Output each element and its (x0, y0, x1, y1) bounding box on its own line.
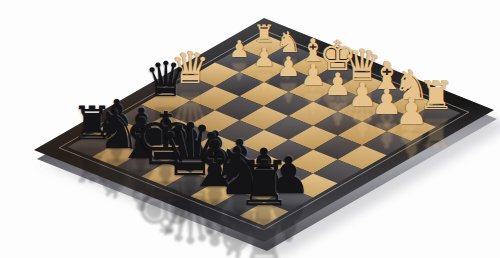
piece-reflection: ♞ (93, 153, 141, 204)
piece-reflection: ♜ (71, 143, 113, 187)
white-queen-glyph: ♛ (171, 47, 211, 89)
black-king-glyph: ♚ (133, 105, 198, 174)
white-knight-glyph: ♞ (393, 66, 430, 105)
piece-reflection: ♝ (369, 94, 404, 131)
white-queen: ♛♛ (171, 47, 211, 89)
pieces-layer: ♜♜♞♞♝♝♛♛♚♚♝♝♞♞♜♜♟♟♟♟♟♟♟♟♟♟♟♟♟♟♟♟♛♛♛♛♟♟♟♟… (0, 0, 500, 258)
black-pawn: ♟♟ (195, 127, 235, 170)
black-pawn: ♟♟ (124, 103, 159, 140)
white-king: ♚♚ (319, 36, 357, 76)
white-rook-glyph: ♜ (253, 24, 274, 47)
piece-reflection: ♟ (266, 198, 312, 246)
white-pawn-glyph: ♟ (300, 62, 326, 90)
black-pawn: ♟♟ (218, 135, 260, 180)
piece-reflection: ♟ (324, 98, 352, 128)
white-pawn: ♟♟ (324, 70, 352, 100)
piece-reflection: ♚ (319, 74, 357, 114)
white-pawn: ♟♟ (229, 38, 250, 60)
piece-reflection: ♛ (158, 181, 223, 250)
white-rook: ♜♜ (418, 78, 453, 116)
black-king: ♚♚ (133, 105, 198, 174)
black-queen: ♛♛ (144, 57, 187, 103)
white-knight: ♞♞ (276, 29, 302, 56)
black-rook: ♜♜ (71, 101, 113, 145)
white-rook-glyph: ♜ (418, 78, 453, 116)
white-bishop: ♝♝ (369, 59, 404, 96)
white-king-glyph: ♚ (319, 36, 357, 76)
piece-reflection: ♝ (116, 162, 166, 215)
black-knight: ♞♞ (210, 141, 269, 204)
white-pawn: ♟♟ (371, 86, 402, 119)
black-pawn-glyph: ♟ (218, 135, 260, 180)
black-knight-glyph: ♞ (93, 104, 141, 155)
black-pawn-glyph: ♟ (242, 143, 286, 189)
piece-reflection: ♟ (195, 168, 235, 211)
white-pawn-glyph: ♟ (276, 54, 300, 80)
piece-reflection: ♞ (393, 104, 430, 143)
piece-reflection: ♟ (124, 139, 159, 176)
piece-reflection: ♛ (144, 101, 187, 147)
black-pawn: ♟♟ (242, 143, 286, 189)
piece-reflection: ♚ (133, 172, 198, 241)
black-rook: ♜♜ (236, 155, 292, 214)
piece-reflection: ♛ (171, 87, 211, 129)
black-pawn-glyph: ♟ (147, 111, 184, 150)
black-rook-glyph: ♜ (236, 155, 292, 214)
piece-reflection: ♝ (299, 65, 327, 95)
white-pawn-glyph: ♟ (229, 38, 250, 60)
white-pawn-glyph: ♟ (371, 86, 402, 119)
white-knight: ♞♞ (393, 66, 430, 105)
white-bishop-glyph: ♝ (299, 36, 327, 66)
piece-reflection: ♜ (418, 114, 453, 152)
black-bishop-glyph: ♝ (186, 134, 243, 194)
black-pawn: ♟♟ (100, 95, 133, 130)
white-pawn: ♟♟ (276, 54, 300, 80)
piece-reflection: ♟ (253, 69, 276, 93)
piece-reflection: ♟ (371, 118, 402, 151)
piece-reflection: ♛ (343, 84, 382, 125)
black-pawn-glyph: ♟ (266, 151, 312, 199)
black-pawn-glyph: ♟ (124, 103, 159, 140)
white-pawn-glyph: ♟ (324, 70, 352, 100)
piece-reflection: ♟ (276, 79, 300, 105)
black-queen-glyph: ♛ (144, 57, 187, 103)
piece-reflection: ♜ (253, 45, 274, 68)
white-pawn: ♟♟ (395, 94, 428, 129)
piece-reflection: ♟ (347, 108, 377, 139)
piece-reflection: ♜ (236, 211, 292, 258)
white-pawn-glyph: ♟ (347, 78, 377, 109)
piece-reflection: ♟ (395, 128, 428, 163)
black-bishop: ♝♝ (186, 134, 243, 194)
piece-reflection: ♟ (242, 188, 286, 234)
black-knight-glyph: ♞ (210, 141, 269, 204)
white-bishop: ♝♝ (299, 36, 327, 66)
black-pawn: ♟♟ (266, 151, 312, 199)
piece-reflection: ♟ (100, 129, 133, 164)
black-bishop: ♝♝ (116, 111, 166, 164)
white-knight-glyph: ♞ (276, 29, 302, 56)
product-photo-scene: ♜♜♞♞♝♝♛♛♚♚♝♝♞♞♜♜♟♟♟♟♟♟♟♟♟♟♟♟♟♟♟♟♛♛♛♛♟♟♟♟… (0, 0, 500, 258)
black-pawn-glyph: ♟ (100, 95, 133, 130)
black-pawn: ♟♟ (171, 119, 210, 160)
white-pawn: ♟♟ (300, 62, 326, 90)
white-bishop-glyph: ♝ (369, 59, 404, 96)
piece-reflection: ♟ (171, 159, 210, 200)
black-knight: ♞♞ (93, 104, 141, 155)
black-rook-glyph: ♜ (71, 101, 113, 145)
black-pawn-glyph: ♟ (171, 119, 210, 160)
piece-reflection: ♞ (210, 201, 269, 258)
white-pawn-glyph: ♟ (395, 94, 428, 129)
piece-reflection: ♟ (229, 60, 250, 82)
piece-reflection: ♟ (300, 89, 326, 117)
black-pawn-glyph: ♟ (195, 127, 235, 170)
white-pawn-glyph: ♟ (253, 46, 276, 70)
black-bishop-glyph: ♝ (116, 111, 166, 164)
piece-reflection: ♞ (276, 55, 302, 82)
black-queen: ♛♛ (158, 115, 223, 184)
black-pawn: ♟♟ (147, 111, 184, 150)
piece-reflection: ♟ (218, 178, 260, 223)
piece-reflection: ♟ (147, 149, 184, 188)
white-queen-glyph: ♛ (343, 45, 382, 86)
black-queen-glyph: ♛ (158, 115, 223, 184)
white-pawn: ♟♟ (253, 46, 276, 70)
white-rook: ♜♜ (253, 24, 274, 47)
white-pawn: ♟♟ (347, 78, 377, 109)
piece-reflection: ♝ (186, 192, 243, 252)
white-queen: ♛♛ (343, 45, 382, 86)
